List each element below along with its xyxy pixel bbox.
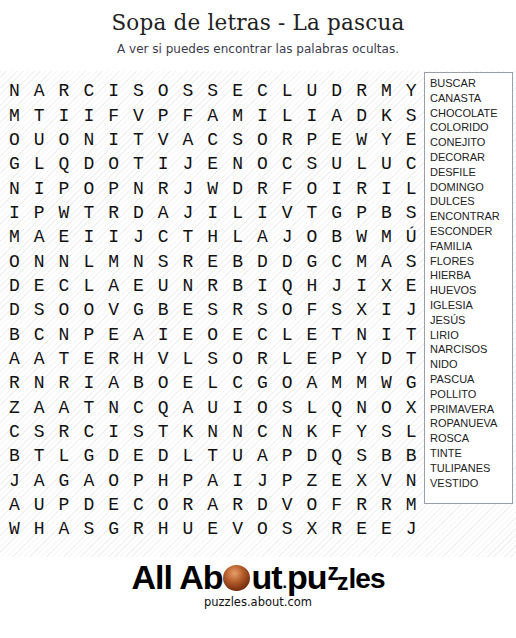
grid-cell[interactable]: S (200, 347, 225, 371)
grid-cell[interactable]: N (399, 469, 424, 493)
grid-cell[interactable]: B (374, 444, 399, 468)
grid-cell[interactable]: R (101, 201, 126, 225)
grid-cell[interactable]: G (2, 152, 27, 176)
grid-cell[interactable]: Q (151, 395, 176, 419)
grid-cell[interactable]: D (225, 176, 250, 200)
grid-cell[interactable]: O (300, 176, 325, 200)
grid-cell[interactable]: N (2, 79, 27, 103)
grid-cell[interactable]: L (225, 201, 250, 225)
grid-cell[interactable]: P (101, 176, 126, 200)
grid-cell[interactable]: R (151, 176, 176, 200)
grid-cell[interactable]: L (76, 274, 101, 298)
grid-cell[interactable]: R (349, 176, 374, 200)
grid-cell[interactable]: L (225, 225, 250, 249)
grid-cell[interactable]: T (176, 225, 201, 249)
grid-cell[interactable]: A (126, 322, 151, 346)
grid-cell[interactable]: R (250, 176, 275, 200)
grid-cell[interactable]: O (300, 225, 325, 249)
grid-cell[interactable]: B (399, 444, 424, 468)
grid-cell[interactable]: P (275, 469, 300, 493)
grid-cell[interactable]: L (275, 322, 300, 346)
grid-cell[interactable]: S (200, 298, 225, 322)
grid-cell[interactable]: N (349, 322, 374, 346)
grid-cell[interactable]: A (151, 201, 176, 225)
grid-cell[interactable]: A (200, 469, 225, 493)
grid-cell[interactable]: F (176, 103, 201, 127)
grid-cell[interactable]: X (349, 469, 374, 493)
grid-cell[interactable]: A (52, 395, 77, 419)
grid-cell[interactable]: C (324, 249, 349, 273)
grid-cell[interactable]: W (200, 176, 225, 200)
grid-cell[interactable]: D (76, 493, 101, 517)
grid-cell[interactable]: A (250, 225, 275, 249)
grid-cell[interactable]: O (151, 371, 176, 395)
grid-cell[interactable]: O (2, 249, 27, 273)
grid-cell[interactable]: X (300, 517, 325, 541)
grid-cell[interactable]: E (374, 517, 399, 541)
grid-cell[interactable]: S (324, 298, 349, 322)
grid-cell[interactable]: M (349, 249, 374, 273)
grid-cell[interactable]: S (151, 249, 176, 273)
grid-cell[interactable]: K (176, 420, 201, 444)
grid-cell[interactable]: D (2, 298, 27, 322)
grid-cell[interactable]: M (399, 493, 424, 517)
grid-cell[interactable]: U (374, 152, 399, 176)
grid-cell[interactable]: E (324, 469, 349, 493)
grid-cell[interactable]: D (300, 444, 325, 468)
grid-cell[interactable]: A (101, 371, 126, 395)
grid-cell[interactable]: D (101, 444, 126, 468)
grid-cell[interactable]: U (27, 128, 52, 152)
grid-cell[interactable]: O (76, 176, 101, 200)
grid-cell[interactable]: S (399, 249, 424, 273)
grid-cell[interactable]: T (300, 201, 325, 225)
grid-cell[interactable]: C (126, 395, 151, 419)
grid-cell[interactable]: R (126, 517, 151, 541)
grid-cell[interactable]: U (151, 274, 176, 298)
grid-cell[interactable]: T (399, 322, 424, 346)
grid-cell[interactable]: J (2, 469, 27, 493)
grid-cell[interactable]: O (200, 322, 225, 346)
grid-cell[interactable]: R (176, 249, 201, 273)
grid-cell[interactable]: M (2, 103, 27, 127)
grid-cell[interactable]: G (250, 371, 275, 395)
grid-cell[interactable]: N (76, 128, 101, 152)
grid-cell[interactable]: D (324, 79, 349, 103)
grid-cell[interactable]: B (126, 371, 151, 395)
grid-cell[interactable]: I (225, 395, 250, 419)
grid-cell[interactable]: R (176, 493, 201, 517)
grid-cell[interactable]: C (52, 274, 77, 298)
grid-cell[interactable]: A (374, 249, 399, 273)
grid-cell[interactable]: U (200, 395, 225, 419)
grid-cell[interactable]: I (324, 176, 349, 200)
grid-cell[interactable]: D (126, 201, 151, 225)
grid-cell[interactable]: R (349, 493, 374, 517)
grid-cell[interactable]: O (52, 128, 77, 152)
grid-cell[interactable]: A (2, 493, 27, 517)
grid-cell[interactable]: K (300, 420, 325, 444)
grid-cell[interactable]: O (275, 371, 300, 395)
grid-cell[interactable]: N (27, 249, 52, 273)
grid-cell[interactable]: R (349, 79, 374, 103)
grid-cell[interactable]: S (76, 517, 101, 541)
grid-cell[interactable]: A (200, 493, 225, 517)
grid-cell[interactable]: E (349, 517, 374, 541)
grid-cell[interactable]: P (52, 493, 77, 517)
grid-cell[interactable]: C (250, 420, 275, 444)
grid-cell[interactable]: L (52, 444, 77, 468)
grid-cell[interactable]: A (52, 517, 77, 541)
grid-cell[interactable]: Y (399, 79, 424, 103)
grid-cell[interactable]: D (250, 493, 275, 517)
grid-cell[interactable]: A (27, 347, 52, 371)
grid-cell[interactable]: D (374, 347, 399, 371)
grid-cell[interactable]: F (300, 298, 325, 322)
grid-cell[interactable]: R (52, 79, 77, 103)
grid-cell[interactable]: N (52, 249, 77, 273)
grid-cell[interactable]: D (76, 152, 101, 176)
grid-cell[interactable]: L (349, 152, 374, 176)
grid-cell[interactable]: S (399, 201, 424, 225)
grid-cell[interactable]: R (2, 371, 27, 395)
grid-cell[interactable]: S (275, 517, 300, 541)
grid-cell[interactable]: N (126, 176, 151, 200)
grid-cell[interactable]: L (76, 249, 101, 273)
grid-cell[interactable]: Y (349, 347, 374, 371)
grid-cell[interactable]: L (200, 371, 225, 395)
grid-cell[interactable]: O (300, 493, 325, 517)
grid-cell[interactable]: A (27, 395, 52, 419)
grid-cell[interactable]: Z (2, 395, 27, 419)
grid-cell[interactable]: C (2, 420, 27, 444)
grid-cell[interactable]: I (374, 176, 399, 200)
grid-cell[interactable]: E (200, 517, 225, 541)
grid-cell[interactable]: E (225, 79, 250, 103)
grid-cell[interactable]: H (300, 274, 325, 298)
grid-cell[interactable]: V (225, 517, 250, 541)
grid-cell[interactable]: F (275, 176, 300, 200)
grid-cell[interactable]: L (27, 152, 52, 176)
grid-cell[interactable]: A (250, 444, 275, 468)
grid-cell[interactable]: Z (300, 469, 325, 493)
grid-cell[interactable]: E (52, 225, 77, 249)
grid-cell[interactable]: L (176, 347, 201, 371)
grid-cell[interactable]: I (2, 201, 27, 225)
grid-cell[interactable]: W (349, 225, 374, 249)
grid-cell[interactable]: W (374, 371, 399, 395)
grid-cell[interactable]: P (324, 347, 349, 371)
grid-cell[interactable]: C (250, 322, 275, 346)
grid-cell[interactable]: S (399, 103, 424, 127)
grid-cell[interactable]: X (374, 274, 399, 298)
grid-cell[interactable]: O (250, 395, 275, 419)
grid-cell[interactable]: L (275, 347, 300, 371)
grid-cell[interactable]: V (151, 128, 176, 152)
grid-cell[interactable]: L (399, 420, 424, 444)
grid-cell[interactable]: N (200, 420, 225, 444)
grid-cell[interactable]: R (200, 274, 225, 298)
grid-cell[interactable]: N (349, 395, 374, 419)
grid-cell[interactable]: U (225, 444, 250, 468)
grid-cell[interactable]: Q (324, 395, 349, 419)
grid-cell[interactable]: P (27, 201, 52, 225)
grid-cell[interactable]: I (101, 128, 126, 152)
grid-cell[interactable]: T (76, 201, 101, 225)
grid-cell[interactable]: G (126, 298, 151, 322)
grid-cell[interactable]: M (374, 79, 399, 103)
grid-cell[interactable]: H (151, 517, 176, 541)
grid-cell[interactable]: C (76, 79, 101, 103)
grid-cell[interactable]: N (225, 152, 250, 176)
grid-cell[interactable]: B (225, 274, 250, 298)
grid-cell[interactable]: P (52, 176, 77, 200)
grid-cell[interactable]: O (101, 469, 126, 493)
grid-cell[interactable]: J (399, 298, 424, 322)
grid-cell[interactable]: C (200, 128, 225, 152)
grid-cell[interactable]: B (324, 225, 349, 249)
grid-cell[interactable]: H (126, 347, 151, 371)
grid-cell[interactable]: T (399, 347, 424, 371)
grid-cell[interactable]: P (176, 469, 201, 493)
grid-cell[interactable]: S (250, 298, 275, 322)
grid-cell[interactable]: T (151, 420, 176, 444)
grid-cell[interactable]: D (151, 444, 176, 468)
grid-cell[interactable]: R (275, 128, 300, 152)
grid-cell[interactable]: V (275, 201, 300, 225)
grid-cell[interactable]: X (349, 298, 374, 322)
grid-cell[interactable]: E (176, 322, 201, 346)
grid-cell[interactable]: E (101, 322, 126, 346)
grid-cell[interactable]: S (225, 128, 250, 152)
grid-cell[interactable]: O (250, 128, 275, 152)
grid-cell[interactable]: A (176, 128, 201, 152)
grid-cell[interactable]: T (126, 152, 151, 176)
grid-cell[interactable]: V (374, 469, 399, 493)
grid-cell[interactable]: A (324, 103, 349, 127)
grid-cell[interactable]: G (76, 444, 101, 468)
grid-cell[interactable]: E (225, 322, 250, 346)
grid-cell[interactable]: O (250, 517, 275, 541)
grid-cell[interactable]: A (300, 371, 325, 395)
grid-cell[interactable]: Q (52, 152, 77, 176)
grid-cell[interactable]: S (27, 298, 52, 322)
grid-cell[interactable]: M (101, 249, 126, 273)
grid-cell[interactable]: E (300, 347, 325, 371)
grid-cell[interactable]: O (374, 395, 399, 419)
grid-cell[interactable]: E (27, 274, 52, 298)
grid-cell[interactable]: G (101, 517, 126, 541)
grid-cell[interactable]: B (2, 444, 27, 468)
grid-cell[interactable]: A (2, 347, 27, 371)
grid-cell[interactable]: C (27, 322, 52, 346)
grid-cell[interactable]: E (76, 347, 101, 371)
grid-cell[interactable]: C (250, 79, 275, 103)
grid-cell[interactable]: T (324, 322, 349, 346)
grid-cell[interactable]: M (374, 225, 399, 249)
grid-cell[interactable]: N (176, 274, 201, 298)
grid-cell[interactable]: J (399, 517, 424, 541)
grid-cell[interactable]: O (275, 298, 300, 322)
grid-cell[interactable]: I (374, 322, 399, 346)
grid-cell[interactable]: A (101, 274, 126, 298)
grid-cell[interactable]: J (275, 225, 300, 249)
grid-cell[interactable]: J (324, 274, 349, 298)
grid-cell[interactable]: G (399, 371, 424, 395)
grid-cell[interactable]: H (27, 517, 52, 541)
grid-cell[interactable]: I (101, 79, 126, 103)
grid-cell[interactable]: B (151, 298, 176, 322)
grid-cell[interactable]: D (2, 274, 27, 298)
grid-cell[interactable]: L (275, 79, 300, 103)
grid-cell[interactable]: W (349, 128, 374, 152)
grid-cell[interactable]: X (399, 395, 424, 419)
grid-cell[interactable]: S (374, 420, 399, 444)
grid-cell[interactable]: I (101, 225, 126, 249)
grid-cell[interactable]: R (250, 347, 275, 371)
grid-cell[interactable]: I (151, 152, 176, 176)
grid-cell[interactable]: H (151, 469, 176, 493)
grid-cell[interactable]: I (76, 103, 101, 127)
grid-cell[interactable]: E (126, 274, 151, 298)
grid-cell[interactable]: B (2, 322, 27, 346)
grid-cell[interactable]: O (151, 493, 176, 517)
grid-cell[interactable]: Y (349, 420, 374, 444)
grid-cell[interactable]: A (27, 79, 52, 103)
grid-cell[interactable]: V (275, 493, 300, 517)
grid-cell[interactable]: F (324, 420, 349, 444)
grid-cell[interactable]: C (225, 371, 250, 395)
grid-cell[interactable]: U (324, 152, 349, 176)
grid-cell[interactable]: J (176, 176, 201, 200)
grid-cell[interactable]: R (52, 420, 77, 444)
grid-cell[interactable]: O (2, 128, 27, 152)
grid-cell[interactable]: V (126, 103, 151, 127)
grid-cell[interactable]: P (151, 103, 176, 127)
grid-cell[interactable]: U (176, 517, 201, 541)
grid-cell[interactable]: R (324, 517, 349, 541)
grid-cell[interactable]: P (300, 128, 325, 152)
grid-cell[interactable]: S (200, 79, 225, 103)
grid-cell[interactable]: E (101, 493, 126, 517)
grid-cell[interactable]: Y (374, 128, 399, 152)
grid-cell[interactable]: S (27, 420, 52, 444)
grid-cell[interactable]: S (126, 420, 151, 444)
grid-cell[interactable]: T (52, 347, 77, 371)
grid-cell[interactable]: P (349, 201, 374, 225)
grid-cell[interactable]: E (300, 322, 325, 346)
grid-cell[interactable]: D (250, 249, 275, 273)
grid-cell[interactable]: F (101, 103, 126, 127)
grid-cell[interactable]: N (225, 420, 250, 444)
grid-cell[interactable]: L (176, 444, 201, 468)
grid-cell[interactable]: G (300, 249, 325, 273)
grid-cell[interactable]: T (200, 444, 225, 468)
grid-cell[interactable]: O (52, 298, 77, 322)
grid-cell[interactable]: M (2, 225, 27, 249)
grid-cell[interactable]: V (151, 347, 176, 371)
grid-cell[interactable]: S (300, 152, 325, 176)
grid-cell[interactable]: I (52, 103, 77, 127)
grid-cell[interactable]: W (2, 517, 27, 541)
grid-cell[interactable]: S (275, 395, 300, 419)
grid-cell[interactable]: N (101, 395, 126, 419)
grid-cell[interactable]: I (374, 298, 399, 322)
grid-cell[interactable]: O (151, 79, 176, 103)
grid-cell[interactable]: S (176, 79, 201, 103)
grid-cell[interactable]: E (200, 152, 225, 176)
grid-cell[interactable]: Q (324, 444, 349, 468)
grid-cell[interactable]: C (76, 420, 101, 444)
grid-cell[interactable]: E (176, 371, 201, 395)
grid-cell[interactable]: E (399, 128, 424, 152)
grid-cell[interactable]: O (250, 152, 275, 176)
grid-cell[interactable]: N (2, 176, 27, 200)
grid-cell[interactable]: I (250, 274, 275, 298)
grid-cell[interactable]: I (300, 103, 325, 127)
grid-cell[interactable]: J (176, 152, 201, 176)
grid-cell[interactable]: T (27, 103, 52, 127)
grid-cell[interactable]: J (126, 225, 151, 249)
grid-cell[interactable]: N (52, 322, 77, 346)
grid-cell[interactable]: U (27, 493, 52, 517)
grid-cell[interactable]: C (151, 225, 176, 249)
grid-cell[interactable]: I (225, 469, 250, 493)
grid-cell[interactable]: M (324, 371, 349, 395)
grid-cell[interactable]: Q (275, 274, 300, 298)
grid-cell[interactable]: O (76, 298, 101, 322)
grid-cell[interactable]: T (27, 444, 52, 468)
grid-cell[interactable]: A (176, 395, 201, 419)
grid-cell[interactable]: N (27, 371, 52, 395)
grid-cell[interactable]: I (200, 201, 225, 225)
grid-cell[interactable]: L (275, 103, 300, 127)
grid-cell[interactable]: R (52, 371, 77, 395)
grid-cell[interactable]: F (324, 493, 349, 517)
grid-cell[interactable]: I (151, 322, 176, 346)
grid-cell[interactable]: Ú (399, 225, 424, 249)
grid-cell[interactable]: O (225, 347, 250, 371)
grid-cell[interactable]: E (176, 298, 201, 322)
grid-cell[interactable]: D (275, 249, 300, 273)
grid-cell[interactable]: V (101, 298, 126, 322)
grid-cell[interactable]: O (101, 152, 126, 176)
grid-cell[interactable]: K (374, 103, 399, 127)
grid-cell[interactable]: I (101, 420, 126, 444)
grid-cell[interactable]: W (52, 201, 77, 225)
grid-cell[interactable]: T (76, 395, 101, 419)
grid-cell[interactable]: P (275, 444, 300, 468)
grid-cell[interactable]: E (200, 249, 225, 273)
grid-cell[interactable]: I (76, 371, 101, 395)
grid-cell[interactable]: D (349, 103, 374, 127)
grid-cell[interactable]: T (126, 128, 151, 152)
grid-cell[interactable]: J (176, 201, 201, 225)
grid-cell[interactable]: A (27, 469, 52, 493)
grid-cell[interactable]: B (225, 249, 250, 273)
grid-cell[interactable]: R (101, 347, 126, 371)
grid-cell[interactable]: P (126, 469, 151, 493)
grid-cell[interactable]: H (200, 225, 225, 249)
grid-cell[interactable]: A (200, 103, 225, 127)
grid-cell[interactable]: I (27, 176, 52, 200)
grid-cell[interactable]: J (250, 469, 275, 493)
grid-cell[interactable]: R (374, 493, 399, 517)
grid-cell[interactable]: M (349, 371, 374, 395)
grid-cell[interactable]: E (399, 274, 424, 298)
grid-cell[interactable]: C (126, 493, 151, 517)
grid-cell[interactable]: N (275, 420, 300, 444)
